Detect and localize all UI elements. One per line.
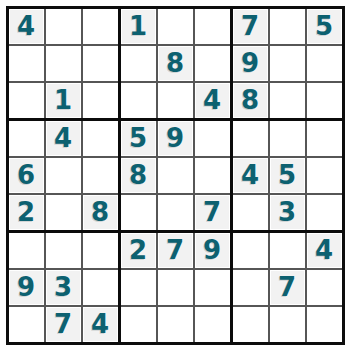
box-7: 9374: [9, 233, 118, 342]
box-9: 47: [233, 233, 342, 342]
cell-r6c6: 7: [195, 195, 230, 230]
cell-r2c5: 8: [158, 46, 193, 81]
cell-r8c5[interactable]: [158, 270, 193, 305]
cell-r6c1: 2: [9, 195, 44, 230]
cell-r7c3[interactable]: [83, 233, 118, 268]
cell-r1c3[interactable]: [83, 9, 118, 44]
cell-r3c7: 8: [233, 83, 268, 118]
cell-r7c4: 2: [121, 233, 156, 268]
box-5: 5987: [121, 121, 230, 230]
cell-r9c5[interactable]: [158, 307, 193, 342]
box-1: 41: [9, 9, 118, 118]
cell-r9c4[interactable]: [121, 307, 156, 342]
cell-r9c9[interactable]: [307, 307, 342, 342]
cell-r7c8[interactable]: [270, 233, 305, 268]
cell-r8c4[interactable]: [121, 270, 156, 305]
cell-r4c7[interactable]: [233, 121, 268, 156]
cell-r1c9: 5: [307, 9, 342, 44]
cell-r9c6[interactable]: [195, 307, 230, 342]
cell-r8c8: 7: [270, 270, 305, 305]
cell-r2c3[interactable]: [83, 46, 118, 81]
cell-r3c8[interactable]: [270, 83, 305, 118]
cell-r4c2: 4: [46, 121, 81, 156]
cell-r6c5[interactable]: [158, 195, 193, 230]
cell-r9c8[interactable]: [270, 307, 305, 342]
cell-r8c9[interactable]: [307, 270, 342, 305]
cell-r6c8: 3: [270, 195, 305, 230]
cell-r6c2[interactable]: [46, 195, 81, 230]
cell-r1c1: 4: [9, 9, 44, 44]
cell-r8c1: 9: [9, 270, 44, 305]
cell-r2c4[interactable]: [121, 46, 156, 81]
cell-r3c6: 4: [195, 83, 230, 118]
cell-r6c9[interactable]: [307, 195, 342, 230]
cell-r4c3[interactable]: [83, 121, 118, 156]
box-3: 7598: [233, 9, 342, 118]
cell-r7c2[interactable]: [46, 233, 81, 268]
cell-r5c9[interactable]: [307, 158, 342, 193]
cell-r5c4: 8: [121, 158, 156, 193]
cell-r7c9: 4: [307, 233, 342, 268]
cell-r7c7[interactable]: [233, 233, 268, 268]
box-2: 184: [121, 9, 230, 118]
cell-r4c1[interactable]: [9, 121, 44, 156]
cell-r5c5[interactable]: [158, 158, 193, 193]
cell-r8c3[interactable]: [83, 270, 118, 305]
cell-r2c1[interactable]: [9, 46, 44, 81]
cell-r7c1[interactable]: [9, 233, 44, 268]
cell-r9c3: 4: [83, 307, 118, 342]
cell-r4c5: 9: [158, 121, 193, 156]
sudoku-board: 41184759846285987453937427947: [6, 6, 345, 345]
cell-r6c7[interactable]: [233, 195, 268, 230]
cell-r9c1[interactable]: [9, 307, 44, 342]
cell-r4c4: 5: [121, 121, 156, 156]
cell-r1c8[interactable]: [270, 9, 305, 44]
cell-r3c2: 1: [46, 83, 81, 118]
cell-r7c5: 7: [158, 233, 193, 268]
cell-r9c2: 7: [46, 307, 81, 342]
cell-r5c3[interactable]: [83, 158, 118, 193]
cell-r8c6[interactable]: [195, 270, 230, 305]
cell-r1c4: 1: [121, 9, 156, 44]
cell-r4c6[interactable]: [195, 121, 230, 156]
cell-r1c2[interactable]: [46, 9, 81, 44]
cell-r2c6[interactable]: [195, 46, 230, 81]
cell-r1c6[interactable]: [195, 9, 230, 44]
cell-r8c7[interactable]: [233, 270, 268, 305]
cell-r4c8[interactable]: [270, 121, 305, 156]
cell-r3c4[interactable]: [121, 83, 156, 118]
cell-r4c9[interactable]: [307, 121, 342, 156]
cell-r5c7: 4: [233, 158, 268, 193]
cell-r3c1[interactable]: [9, 83, 44, 118]
box-6: 453: [233, 121, 342, 230]
cell-r5c1: 6: [9, 158, 44, 193]
cell-r2c2[interactable]: [46, 46, 81, 81]
cell-r3c3[interactable]: [83, 83, 118, 118]
box-4: 4628: [9, 121, 118, 230]
cell-r8c2: 3: [46, 270, 81, 305]
cell-r1c7: 7: [233, 9, 268, 44]
cell-r2c8[interactable]: [270, 46, 305, 81]
cell-r6c3: 8: [83, 195, 118, 230]
cell-r2c7: 9: [233, 46, 268, 81]
cell-r7c6: 9: [195, 233, 230, 268]
cell-r2c9[interactable]: [307, 46, 342, 81]
cell-r5c2[interactable]: [46, 158, 81, 193]
cell-r9c7[interactable]: [233, 307, 268, 342]
cell-r5c8: 5: [270, 158, 305, 193]
cell-r5c6[interactable]: [195, 158, 230, 193]
cell-r1c5[interactable]: [158, 9, 193, 44]
page: 41184759846285987453937427947: [0, 0, 350, 350]
cell-r3c5[interactable]: [158, 83, 193, 118]
cell-r3c9[interactable]: [307, 83, 342, 118]
cell-r6c4[interactable]: [121, 195, 156, 230]
box-8: 279: [121, 233, 230, 342]
